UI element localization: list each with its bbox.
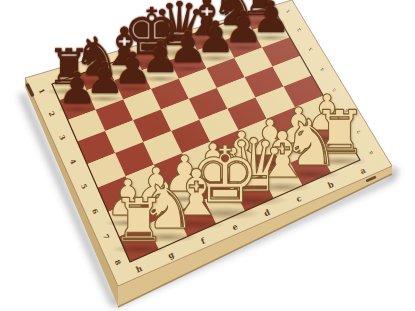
product-photo-scene: 1h12g23f34e45d56c67b78a8 ♜♞♝♚♛♝♞♜♟♟♟♟♟♟♟…	[0, 0, 415, 311]
chess-board: 1h12g23f34e45d56c67b78a8	[0, 0, 415, 311]
sheen-overlay	[25, 0, 392, 286]
